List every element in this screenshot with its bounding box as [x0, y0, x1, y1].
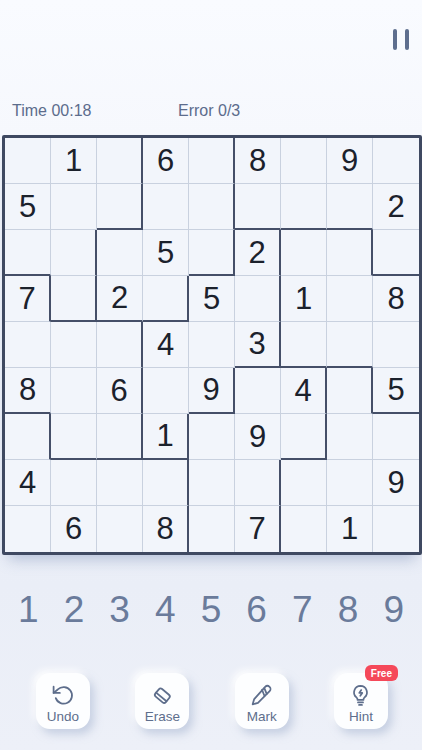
- sudoku-cell-r6c3[interactable]: 6: [97, 368, 143, 414]
- sudoku-board: 1689525272518438694519496871: [2, 135, 422, 555]
- sudoku-cell-r7c5[interactable]: [189, 414, 235, 460]
- sudoku-cell-r6c6[interactable]: [235, 368, 281, 414]
- sudoku-cell-r7c3[interactable]: [97, 414, 143, 460]
- sudoku-cell-r6c2[interactable]: [51, 368, 97, 414]
- sudoku-cell-r9c9[interactable]: [373, 506, 419, 552]
- sudoku-cell-r2c1[interactable]: 5: [5, 184, 51, 230]
- sudoku-cell-r2c4[interactable]: [143, 184, 189, 230]
- sudoku-cell-r1c7[interactable]: [281, 138, 327, 184]
- sudoku-cell-r1c1[interactable]: [5, 138, 51, 184]
- sudoku-cell-r2c7[interactable]: [281, 184, 327, 230]
- numpad-key-1[interactable]: 1: [18, 584, 39, 636]
- sudoku-cell-r1c8[interactable]: 9: [327, 138, 373, 184]
- mark-label: Mark: [247, 709, 277, 724]
- sudoku-cell-r5c4[interactable]: 4: [143, 322, 189, 368]
- mark-button[interactable]: Mark: [235, 673, 289, 729]
- sudoku-cell-r5c2[interactable]: [51, 322, 97, 368]
- sudoku-cell-r8c7[interactable]: [281, 460, 327, 506]
- sudoku-cell-r5c6[interactable]: 3: [235, 322, 281, 368]
- sudoku-cell-r8c1[interactable]: 4: [5, 460, 51, 506]
- numpad-key-3[interactable]: 3: [109, 584, 130, 636]
- sudoku-cell-r8c3[interactable]: [97, 460, 143, 506]
- sudoku-cell-r4c3[interactable]: 2: [97, 276, 143, 322]
- undo-button[interactable]: Undo: [36, 673, 90, 729]
- sudoku-cell-r8c8[interactable]: [327, 460, 373, 506]
- sudoku-cell-r3c9[interactable]: [373, 230, 419, 276]
- sudoku-cell-r3c5[interactable]: [189, 230, 235, 276]
- sudoku-cell-r7c7[interactable]: [281, 414, 327, 460]
- numpad-key-2[interactable]: 2: [64, 584, 85, 636]
- undo-rotate-ccw-icon: [51, 683, 76, 708]
- sudoku-cell-r4c5[interactable]: 5: [189, 276, 235, 322]
- pencil-icon: [249, 683, 274, 708]
- sudoku-cell-r3c8[interactable]: [327, 230, 373, 276]
- sudoku-cell-r8c9[interactable]: 9: [373, 460, 419, 506]
- sudoku-cell-r3c4[interactable]: 5: [143, 230, 189, 276]
- numpad-key-7[interactable]: 7: [292, 584, 313, 636]
- sudoku-cell-r5c8[interactable]: [327, 322, 373, 368]
- sudoku-cell-r3c6[interactable]: 2: [235, 230, 281, 276]
- sudoku-cell-r9c7[interactable]: [281, 506, 327, 552]
- sudoku-cell-r4c7[interactable]: 1: [281, 276, 327, 322]
- sudoku-cell-r9c3[interactable]: [97, 506, 143, 552]
- sudoku-cell-r1c9[interactable]: [373, 138, 419, 184]
- sudoku-cell-r9c6[interactable]: 7: [235, 506, 281, 552]
- sudoku-cell-r5c9[interactable]: [373, 322, 419, 368]
- toolbar: Undo Erase Mark Free Hint: [36, 673, 388, 731]
- sudoku-cell-r4c8[interactable]: [327, 276, 373, 322]
- numpad-key-6[interactable]: 6: [246, 584, 267, 636]
- eraser-icon: [150, 683, 175, 708]
- time-label: Time 00:18: [12, 102, 91, 120]
- sudoku-cell-r9c5[interactable]: [189, 506, 235, 552]
- sudoku-cell-r6c5[interactable]: 9: [189, 368, 235, 414]
- lightbulb-bolt-icon: [348, 683, 373, 708]
- sudoku-cell-r6c9[interactable]: 5: [373, 368, 419, 414]
- sudoku-cell-r3c3[interactable]: [97, 230, 143, 276]
- sudoku-cell-r9c2[interactable]: 6: [51, 506, 97, 552]
- sudoku-cell-r5c3[interactable]: [97, 322, 143, 368]
- sudoku-cell-r7c1[interactable]: [5, 414, 51, 460]
- pause-icon: [393, 29, 397, 50]
- sudoku-cell-r9c1[interactable]: [5, 506, 51, 552]
- sudoku-cell-r2c2[interactable]: [51, 184, 97, 230]
- sudoku-cell-r7c2[interactable]: [51, 414, 97, 460]
- sudoku-cell-r7c8[interactable]: [327, 414, 373, 460]
- sudoku-cell-r9c4[interactable]: 8: [143, 506, 189, 552]
- sudoku-cell-r1c6[interactable]: 8: [235, 138, 281, 184]
- sudoku-cell-r8c4[interactable]: [143, 460, 189, 506]
- free-badge: Free: [365, 665, 398, 681]
- numpad-key-8[interactable]: 8: [338, 584, 359, 636]
- sudoku-cell-r1c4[interactable]: 6: [143, 138, 189, 184]
- sudoku-cell-r8c6[interactable]: [235, 460, 281, 506]
- sudoku-cell-r6c4[interactable]: [143, 368, 189, 414]
- erase-label: Erase: [145, 709, 180, 724]
- sudoku-cell-r6c1[interactable]: 8: [5, 368, 51, 414]
- sudoku-cell-r2c3[interactable]: [97, 184, 143, 230]
- sudoku-cell-r3c7[interactable]: [281, 230, 327, 276]
- sudoku-cell-r4c6[interactable]: [235, 276, 281, 322]
- sudoku-cell-r5c5[interactable]: [189, 322, 235, 368]
- numpad-key-9[interactable]: 9: [383, 584, 404, 636]
- sudoku-cell-r4c1[interactable]: 7: [5, 276, 51, 322]
- sudoku-cell-r4c4[interactable]: [143, 276, 189, 322]
- sudoku-cell-r1c2[interactable]: 1: [51, 138, 97, 184]
- hint-label: Hint: [349, 709, 373, 724]
- status-row: Time 00:18 Error 0/3: [0, 102, 422, 122]
- sudoku-cell-r8c5[interactable]: [189, 460, 235, 506]
- sudoku-cell-r5c1[interactable]: [5, 322, 51, 368]
- erase-button[interactable]: Erase: [135, 673, 189, 729]
- sudoku-cell-r9c8[interactable]: 1: [327, 506, 373, 552]
- numpad-key-5[interactable]: 5: [201, 584, 222, 636]
- sudoku-cell-r6c7[interactable]: 4: [281, 368, 327, 414]
- sudoku-cell-r4c2[interactable]: [51, 276, 97, 322]
- error-counter-label: Error 0/3: [178, 102, 240, 120]
- sudoku-cell-r4c9[interactable]: 8: [373, 276, 419, 322]
- undo-label: Undo: [47, 709, 79, 724]
- sudoku-cell-r5c7[interactable]: [281, 322, 327, 368]
- sudoku-cell-r6c8[interactable]: [327, 368, 373, 414]
- sudoku-cell-r3c1[interactable]: [5, 230, 51, 276]
- pause-icon: [405, 29, 409, 50]
- sudoku-cell-r1c5[interactable]: [189, 138, 235, 184]
- sudoku-cell-r8c2[interactable]: [51, 460, 97, 506]
- sudoku-cell-r2c6[interactable]: [235, 184, 281, 230]
- number-pad: 123456789: [0, 584, 422, 636]
- hint-button[interactable]: Free Hint: [334, 673, 388, 729]
- sudoku-cell-r1c3[interactable]: [97, 138, 143, 184]
- sudoku-cell-r7c6[interactable]: 9: [235, 414, 281, 460]
- sudoku-cell-r2c8[interactable]: [327, 184, 373, 230]
- pause-button[interactable]: [393, 29, 409, 51]
- sudoku-cell-r3c2[interactable]: [51, 230, 97, 276]
- sudoku-cell-r7c9[interactable]: [373, 414, 419, 460]
- sudoku-cell-r7c4[interactable]: 1: [143, 414, 189, 460]
- sudoku-cell-r2c9[interactable]: 2: [373, 184, 419, 230]
- numpad-key-4[interactable]: 4: [155, 584, 176, 636]
- sudoku-cell-r2c5[interactable]: [189, 184, 235, 230]
